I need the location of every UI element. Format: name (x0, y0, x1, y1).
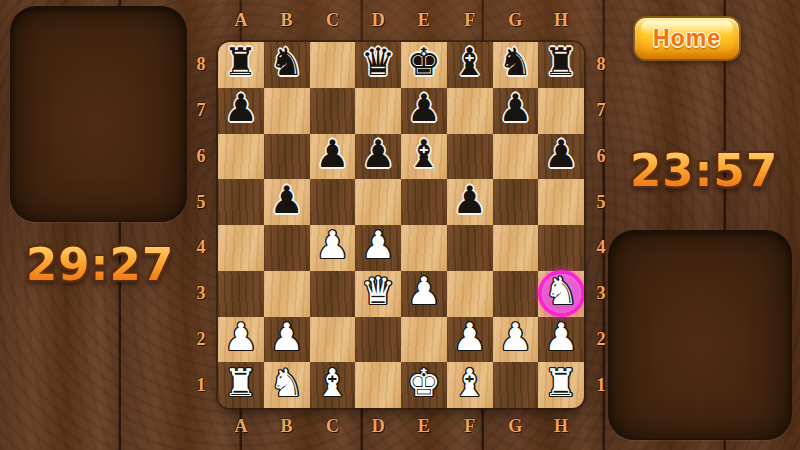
square-e8[interactable]: ♚ (401, 42, 447, 88)
piece-white-rook[interactable]: ♜ (224, 361, 258, 406)
square-a1[interactable]: ♜ (218, 362, 264, 408)
piece-black-knight[interactable]: ♞ (270, 42, 304, 85)
coord-label: F (447, 10, 493, 34)
square-h1[interactable]: ♜ (538, 362, 584, 408)
square-b5[interactable]: ♟ (264, 179, 310, 225)
square-e7[interactable]: ♟ (401, 88, 447, 134)
coord-label: 2 (590, 317, 612, 363)
coord-label: 5 (190, 179, 212, 225)
square-a7[interactable]: ♟ (218, 88, 264, 134)
piece-black-pawn[interactable]: ♟ (224, 86, 258, 131)
square-f8[interactable]: ♝ (447, 42, 493, 88)
coord-label: B (264, 416, 310, 440)
piece-white-knight[interactable]: ♞ (544, 269, 578, 314)
piece-black-pawn[interactable]: ♟ (544, 132, 578, 177)
piece-white-rook[interactable]: ♜ (544, 361, 578, 406)
square-c2[interactable] (310, 317, 356, 363)
right-player-clock: 23:57 (630, 144, 778, 197)
square-a6[interactable] (218, 134, 264, 180)
square-a2[interactable]: ♟ (218, 317, 264, 363)
square-g4[interactable] (493, 225, 539, 271)
piece-black-bishop[interactable]: ♝ (407, 132, 441, 177)
coord-label: 3 (590, 271, 612, 317)
square-c6[interactable]: ♟ (310, 134, 356, 180)
piece-white-knight[interactable]: ♞ (270, 361, 304, 406)
coord-label: 4 (190, 225, 212, 271)
piece-black-king[interactable]: ♚ (407, 42, 441, 85)
square-c1[interactable]: ♝ (310, 362, 356, 408)
square-c5[interactable] (310, 179, 356, 225)
captured-pieces-tray-right (608, 230, 792, 440)
square-h8[interactable]: ♜ (538, 42, 584, 88)
coord-label: C (310, 10, 356, 34)
square-e4[interactable] (401, 225, 447, 271)
piece-black-rook[interactable]: ♜ (224, 42, 258, 85)
square-d5[interactable] (355, 179, 401, 225)
square-h5[interactable] (538, 179, 584, 225)
square-b1[interactable]: ♞ (264, 362, 310, 408)
square-d2[interactable] (355, 317, 401, 363)
piece-black-rook[interactable]: ♜ (544, 42, 578, 85)
square-d7[interactable] (355, 88, 401, 134)
piece-black-knight[interactable]: ♞ (498, 42, 532, 85)
coord-label: A (218, 416, 264, 440)
square-d3[interactable]: ♛ (355, 271, 401, 317)
coord-label: 2 (190, 317, 212, 363)
coord-label: 7 (590, 88, 612, 134)
coord-label: G (493, 10, 539, 34)
square-g1[interactable] (493, 362, 539, 408)
square-d4[interactable]: ♟ (355, 225, 401, 271)
home-button[interactable]: Home (633, 16, 741, 61)
piece-white-pawn[interactable]: ♟ (270, 315, 304, 360)
square-d8[interactable]: ♛ (355, 42, 401, 88)
coord-label: 6 (590, 134, 612, 180)
square-g7[interactable]: ♟ (493, 88, 539, 134)
coord-label: A (218, 10, 264, 34)
square-g5[interactable] (493, 179, 539, 225)
captured-pieces-tray-left (10, 6, 187, 222)
coord-label: 1 (590, 362, 612, 408)
square-e1[interactable]: ♚ (401, 362, 447, 408)
square-a5[interactable] (218, 179, 264, 225)
square-b6[interactable] (264, 134, 310, 180)
coord-label: H (538, 10, 584, 34)
piece-white-pawn[interactable]: ♟ (453, 315, 487, 360)
square-a8[interactable]: ♜ (218, 42, 264, 88)
piece-black-pawn[interactable]: ♟ (315, 132, 349, 177)
square-e5[interactable] (401, 179, 447, 225)
square-a4[interactable] (218, 225, 264, 271)
piece-black-pawn[interactable]: ♟ (361, 132, 395, 177)
coord-label: 4 (590, 225, 612, 271)
square-a3[interactable] (218, 271, 264, 317)
square-e6[interactable]: ♝ (401, 134, 447, 180)
square-h4[interactable] (538, 225, 584, 271)
coord-label: 7 (190, 88, 212, 134)
piece-black-pawn[interactable]: ♟ (498, 86, 532, 131)
game-screen: ABCDEFGH ABCDEFGH 87654321 87654321 ♜♞♛♚… (0, 0, 800, 450)
coord-label: F (447, 416, 493, 440)
square-d6[interactable]: ♟ (355, 134, 401, 180)
piece-black-bishop[interactable]: ♝ (453, 42, 487, 85)
coord-label: D (355, 416, 401, 440)
coord-label: 8 (590, 42, 612, 88)
coord-label: C (310, 416, 356, 440)
square-h2[interactable]: ♟ (538, 317, 584, 363)
square-f3[interactable] (447, 271, 493, 317)
square-h6[interactable]: ♟ (538, 134, 584, 180)
coord-label: H (538, 416, 584, 440)
piece-white-pawn[interactable]: ♟ (315, 223, 349, 268)
piece-white-pawn[interactable]: ♟ (224, 315, 258, 360)
coord-label: 5 (590, 179, 612, 225)
piece-white-pawn[interactable]: ♟ (407, 269, 441, 314)
coord-label: G (493, 416, 539, 440)
square-e2[interactable] (401, 317, 447, 363)
file-labels-top: ABCDEFGH (218, 10, 584, 34)
rank-labels-left: 87654321 (190, 42, 212, 408)
coord-label: B (264, 10, 310, 34)
piece-white-pawn[interactable]: ♟ (544, 315, 578, 360)
piece-white-king[interactable]: ♚ (407, 361, 441, 406)
coord-label: 6 (190, 134, 212, 180)
square-b4[interactable] (264, 225, 310, 271)
square-h3[interactable]: ♞ (538, 271, 584, 317)
square-c8[interactable] (310, 42, 356, 88)
home-button-label: Home (653, 25, 721, 52)
rank-labels-right: 87654321 (590, 42, 612, 408)
coord-label: D (355, 10, 401, 34)
piece-black-queen[interactable]: ♛ (361, 42, 395, 85)
coord-label: 1 (190, 362, 212, 408)
coord-label: 3 (190, 271, 212, 317)
square-g3[interactable] (493, 271, 539, 317)
piece-white-pawn[interactable]: ♟ (498, 315, 532, 360)
coord-label: E (401, 416, 447, 440)
square-c7[interactable] (310, 88, 356, 134)
square-b8[interactable]: ♞ (264, 42, 310, 88)
file-labels-bottom: ABCDEFGH (218, 416, 584, 440)
square-f4[interactable] (447, 225, 493, 271)
square-g6[interactable] (493, 134, 539, 180)
piece-black-pawn[interactable]: ♟ (407, 86, 441, 131)
piece-black-pawn[interactable]: ♟ (453, 178, 487, 223)
square-d1[interactable] (355, 362, 401, 408)
piece-white-pawn[interactable]: ♟ (361, 223, 395, 268)
square-h7[interactable] (538, 88, 584, 134)
square-b2[interactable]: ♟ (264, 317, 310, 363)
square-f6[interactable] (447, 134, 493, 180)
square-f5[interactable]: ♟ (447, 179, 493, 225)
square-c4[interactable]: ♟ (310, 225, 356, 271)
square-b3[interactable] (264, 271, 310, 317)
piece-black-pawn[interactable]: ♟ (270, 178, 304, 223)
piece-white-bishop[interactable]: ♝ (453, 361, 487, 406)
chess-board: ♜♞♛♚♝♞♜♟♟♟♟♟♝♟♟♟♟♟♛♟♞♟♟♟♟♟♜♞♝♚♝♜ (218, 42, 584, 408)
square-b7[interactable] (264, 88, 310, 134)
square-f2[interactable]: ♟ (447, 317, 493, 363)
square-f1[interactable]: ♝ (447, 362, 493, 408)
square-c3[interactable] (310, 271, 356, 317)
coord-label: 8 (190, 42, 212, 88)
square-f7[interactable] (447, 88, 493, 134)
square-e3[interactable]: ♟ (401, 271, 447, 317)
left-player-clock: 29:27 (26, 238, 174, 291)
piece-white-bishop[interactable]: ♝ (315, 361, 349, 406)
square-g8[interactable]: ♞ (493, 42, 539, 88)
piece-white-queen[interactable]: ♛ (361, 269, 395, 314)
coord-label: E (401, 10, 447, 34)
square-g2[interactable]: ♟ (493, 317, 539, 363)
